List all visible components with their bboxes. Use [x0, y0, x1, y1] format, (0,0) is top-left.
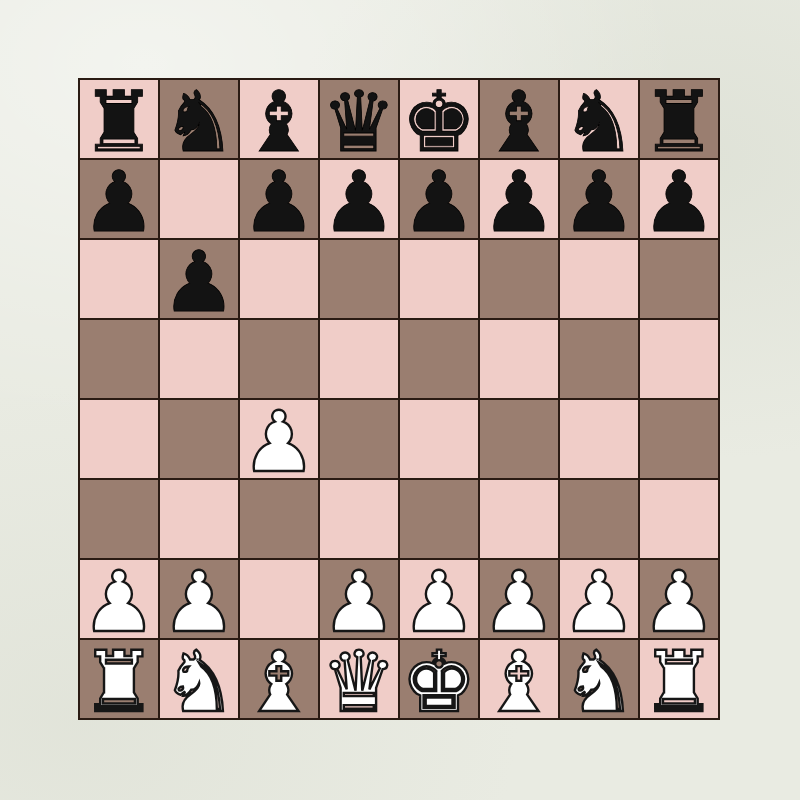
- square-d3[interactable]: [320, 480, 398, 558]
- square-g1[interactable]: ♞: [560, 640, 638, 718]
- square-d4[interactable]: [320, 400, 398, 478]
- square-g8[interactable]: ♞: [560, 80, 638, 158]
- white-pawn[interactable]: ♟: [481, 563, 556, 641]
- square-g4[interactable]: [560, 400, 638, 478]
- black-knight[interactable]: ♞: [161, 83, 236, 161]
- white-pawn[interactable]: ♟: [641, 563, 716, 641]
- square-e7[interactable]: ♟: [400, 160, 478, 238]
- white-knight[interactable]: ♞: [161, 643, 236, 721]
- black-pawn[interactable]: ♟: [81, 163, 156, 241]
- white-king[interactable]: ♚: [401, 643, 476, 721]
- white-knight[interactable]: ♞: [561, 643, 636, 721]
- square-f1[interactable]: ♝: [480, 640, 558, 718]
- square-f8[interactable]: ♝: [480, 80, 558, 158]
- black-pawn[interactable]: ♟: [241, 163, 316, 241]
- square-f4[interactable]: [480, 400, 558, 478]
- square-g5[interactable]: [560, 320, 638, 398]
- chess-board: ♜♞♝♛♚♝♞♜♟♟♟♟♟♟♟♟♟♟♟♟♟♟♟♟♜♞♝♛♚♝♞♜: [78, 78, 720, 720]
- white-pawn[interactable]: ♟: [241, 403, 316, 481]
- square-f3[interactable]: [480, 480, 558, 558]
- black-bishop[interactable]: ♝: [481, 83, 556, 161]
- square-a7[interactable]: ♟: [80, 160, 158, 238]
- white-rook[interactable]: ♜: [641, 643, 716, 721]
- square-c3[interactable]: [240, 480, 318, 558]
- square-b4[interactable]: [160, 400, 238, 478]
- square-a5[interactable]: [80, 320, 158, 398]
- white-pawn[interactable]: ♟: [561, 563, 636, 641]
- square-f2[interactable]: ♟: [480, 560, 558, 638]
- square-d2[interactable]: ♟: [320, 560, 398, 638]
- black-pawn[interactable]: ♟: [321, 163, 396, 241]
- square-a3[interactable]: [80, 480, 158, 558]
- square-d5[interactable]: [320, 320, 398, 398]
- black-pawn[interactable]: ♟: [401, 163, 476, 241]
- square-g6[interactable]: [560, 240, 638, 318]
- square-a2[interactable]: ♟: [80, 560, 158, 638]
- square-h1[interactable]: ♜: [640, 640, 718, 718]
- white-pawn[interactable]: ♟: [401, 563, 476, 641]
- square-f7[interactable]: ♟: [480, 160, 558, 238]
- white-rook[interactable]: ♜: [81, 643, 156, 721]
- square-d1[interactable]: ♛: [320, 640, 398, 718]
- square-d6[interactable]: [320, 240, 398, 318]
- square-g7[interactable]: ♟: [560, 160, 638, 238]
- square-b6[interactable]: ♟: [160, 240, 238, 318]
- square-g3[interactable]: [560, 480, 638, 558]
- square-h2[interactable]: ♟: [640, 560, 718, 638]
- white-pawn[interactable]: ♟: [321, 563, 396, 641]
- square-c1[interactable]: ♝: [240, 640, 318, 718]
- black-knight[interactable]: ♞: [561, 83, 636, 161]
- square-e6[interactable]: [400, 240, 478, 318]
- square-b5[interactable]: [160, 320, 238, 398]
- square-d7[interactable]: ♟: [320, 160, 398, 238]
- white-queen[interactable]: ♛: [321, 643, 396, 721]
- square-d8[interactable]: ♛: [320, 80, 398, 158]
- square-f6[interactable]: [480, 240, 558, 318]
- white-bishop[interactable]: ♝: [241, 643, 316, 721]
- square-b2[interactable]: ♟: [160, 560, 238, 638]
- square-e4[interactable]: [400, 400, 478, 478]
- square-h5[interactable]: [640, 320, 718, 398]
- black-bishop[interactable]: ♝: [241, 83, 316, 161]
- white-pawn[interactable]: ♟: [81, 563, 156, 641]
- square-b3[interactable]: [160, 480, 238, 558]
- square-g2[interactable]: ♟: [560, 560, 638, 638]
- black-rook[interactable]: ♜: [641, 83, 716, 161]
- square-b8[interactable]: ♞: [160, 80, 238, 158]
- square-a8[interactable]: ♜: [80, 80, 158, 158]
- square-f5[interactable]: [480, 320, 558, 398]
- square-c5[interactable]: [240, 320, 318, 398]
- square-h6[interactable]: [640, 240, 718, 318]
- white-pawn[interactable]: ♟: [161, 563, 236, 641]
- square-h7[interactable]: ♟: [640, 160, 718, 238]
- square-e5[interactable]: [400, 320, 478, 398]
- square-h4[interactable]: [640, 400, 718, 478]
- square-h3[interactable]: [640, 480, 718, 558]
- square-e8[interactable]: ♚: [400, 80, 478, 158]
- square-a4[interactable]: [80, 400, 158, 478]
- square-c8[interactable]: ♝: [240, 80, 318, 158]
- square-a1[interactable]: ♜: [80, 640, 158, 718]
- black-queen[interactable]: ♛: [321, 83, 396, 161]
- black-pawn[interactable]: ♟: [161, 243, 236, 321]
- square-c6[interactable]: [240, 240, 318, 318]
- square-a6[interactable]: [80, 240, 158, 318]
- square-e2[interactable]: ♟: [400, 560, 478, 638]
- square-b7[interactable]: [160, 160, 238, 238]
- square-b1[interactable]: ♞: [160, 640, 238, 718]
- black-king[interactable]: ♚: [401, 83, 476, 161]
- black-rook[interactable]: ♜: [81, 83, 156, 161]
- black-pawn[interactable]: ♟: [561, 163, 636, 241]
- white-bishop[interactable]: ♝: [481, 643, 556, 721]
- square-e3[interactable]: [400, 480, 478, 558]
- square-c7[interactable]: ♟: [240, 160, 318, 238]
- square-h8[interactable]: ♜: [640, 80, 718, 158]
- black-pawn[interactable]: ♟: [481, 163, 556, 241]
- black-pawn[interactable]: ♟: [641, 163, 716, 241]
- square-e1[interactable]: ♚: [400, 640, 478, 718]
- square-c2[interactable]: [240, 560, 318, 638]
- square-c4[interactable]: ♟: [240, 400, 318, 478]
- page-background: ♜♞♝♛♚♝♞♜♟♟♟♟♟♟♟♟♟♟♟♟♟♟♟♟♜♞♝♛♚♝♞♜: [0, 0, 800, 800]
